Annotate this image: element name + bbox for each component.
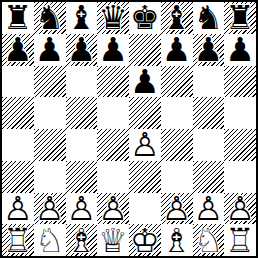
piece-black-pawn-a7[interactable]: ♟♟ [2,34,34,66]
chess-board: ♜♜♞♞♝♝♛♛♚♚♝♝♞♞♜♜♟♟♟♟♟♟♟♟♟♟♟♟♟♟♟♟♟♙♟♙♟♙♟♙… [0,0,258,258]
piece-glyph: ♟ [97,34,129,66]
piece-glyph: ♙ [2,193,34,225]
square-e4[interactable]: ♟♙ [129,129,161,161]
square-h1[interactable]: ♜♖ [224,224,256,256]
piece-white-pawn-d2[interactable]: ♟♙ [97,193,129,225]
square-g5[interactable] [193,97,225,129]
piece-white-knight-g1[interactable]: ♞♘ [193,224,225,256]
square-g1[interactable]: ♞♘ [193,224,225,256]
square-f1[interactable]: ♝♗ [161,224,193,256]
piece-glyph: ♘ [193,224,225,256]
square-d4[interactable] [97,129,129,161]
square-c1[interactable]: ♝♗ [66,224,98,256]
piece-white-bishop-c1[interactable]: ♝♗ [66,224,98,256]
piece-glyph: ♟ [193,34,225,66]
piece-glyph: ♗ [161,224,193,256]
square-b7[interactable]: ♟♟ [34,34,66,66]
piece-black-pawn-h7[interactable]: ♟♟ [224,34,256,66]
piece-white-rook-a1[interactable]: ♜♖ [2,224,34,256]
square-a3[interactable] [2,161,34,193]
piece-glyph: ♟ [224,34,256,66]
square-e3[interactable] [129,161,161,193]
piece-glyph: ♙ [97,193,129,225]
square-e1[interactable]: ♚♔ [129,224,161,256]
piece-white-king-e1[interactable]: ♚♔ [129,224,161,256]
piece-glyph: ♘ [34,224,66,256]
square-g7[interactable]: ♟♟ [193,34,225,66]
square-b1[interactable]: ♞♘ [34,224,66,256]
piece-black-queen-d8[interactable]: ♛♛ [97,2,129,34]
square-h7[interactable]: ♟♟ [224,34,256,66]
piece-white-pawn-g2[interactable]: ♟♙ [193,193,225,225]
square-c6[interactable] [66,66,98,98]
square-c5[interactable] [66,97,98,129]
piece-glyph: ♟ [161,34,193,66]
square-f8[interactable]: ♝♝ [161,2,193,34]
piece-glyph: ♝ [66,2,98,34]
piece-glyph: ♜ [2,2,34,34]
piece-glyph: ♛ [97,2,129,34]
square-a2[interactable]: ♟♙ [2,193,34,225]
piece-black-pawn-f7[interactable]: ♟♟ [161,34,193,66]
square-c7[interactable]: ♟♟ [66,34,98,66]
chess-diagram: ♜♜♞♞♝♝♛♛♚♚♝♝♞♞♜♜♟♟♟♟♟♟♟♟♟♟♟♟♟♟♟♟♟♙♟♙♟♙♟♙… [0,0,258,258]
square-b3[interactable] [34,161,66,193]
square-h2[interactable]: ♟♙ [224,193,256,225]
piece-black-pawn-g7[interactable]: ♟♟ [193,34,225,66]
square-d3[interactable] [97,161,129,193]
square-b4[interactable] [34,129,66,161]
square-d8[interactable]: ♛♛ [97,2,129,34]
piece-glyph: ♚ [129,2,161,34]
piece-black-knight-g8[interactable]: ♞♞ [193,2,225,34]
piece-white-pawn-e4[interactable]: ♟♙ [129,129,161,161]
square-d6[interactable] [97,66,129,98]
square-g6[interactable] [193,66,225,98]
square-c4[interactable] [66,129,98,161]
piece-glyph: ♙ [129,129,161,161]
piece-glyph: ♞ [34,2,66,34]
square-f4[interactable] [161,129,193,161]
square-h6[interactable] [224,66,256,98]
square-h8[interactable]: ♜♜ [224,2,256,34]
piece-glyph: ♙ [224,193,256,225]
piece-glyph: ♙ [66,193,98,225]
piece-white-rook-h1[interactable]: ♜♖ [224,224,256,256]
square-e5[interactable] [129,97,161,129]
piece-white-knight-b1[interactable]: ♞♘ [34,224,66,256]
piece-black-king-e8[interactable]: ♚♚ [129,2,161,34]
piece-glyph: ♟ [129,66,161,98]
piece-glyph: ♗ [66,224,98,256]
piece-white-pawn-f2[interactable]: ♟♙ [161,193,193,225]
square-h5[interactable] [224,97,256,129]
square-b2[interactable]: ♟♙ [34,193,66,225]
piece-white-queen-d1[interactable]: ♛♕ [97,224,129,256]
piece-black-bishop-c8[interactable]: ♝♝ [66,2,98,34]
square-b5[interactable] [34,97,66,129]
piece-glyph: ♜ [224,2,256,34]
square-d2[interactable]: ♟♙ [97,193,129,225]
square-f3[interactable] [161,161,193,193]
square-d1[interactable]: ♛♕ [97,224,129,256]
piece-white-pawn-a2[interactable]: ♟♙ [2,193,34,225]
piece-white-bishop-f1[interactable]: ♝♗ [161,224,193,256]
square-c2[interactable]: ♟♙ [66,193,98,225]
square-b8[interactable]: ♞♞ [34,2,66,34]
square-e2[interactable] [129,193,161,225]
square-g8[interactable]: ♞♞ [193,2,225,34]
piece-black-pawn-b7[interactable]: ♟♟ [34,34,66,66]
piece-glyph: ♟ [34,34,66,66]
square-f7[interactable]: ♟♟ [161,34,193,66]
square-h4[interactable] [224,129,256,161]
piece-glyph: ♞ [193,2,225,34]
piece-glyph: ♟ [2,34,34,66]
piece-glyph: ♙ [193,193,225,225]
piece-white-pawn-c2[interactable]: ♟♙ [66,193,98,225]
piece-white-pawn-h2[interactable]: ♟♙ [224,193,256,225]
square-a6[interactable] [2,66,34,98]
piece-black-rook-a8[interactable]: ♜♜ [2,2,34,34]
square-f5[interactable] [161,97,193,129]
square-a5[interactable] [2,97,34,129]
piece-glyph: ♕ [97,224,129,256]
piece-black-pawn-d7[interactable]: ♟♟ [97,34,129,66]
square-a7[interactable]: ♟♟ [2,34,34,66]
square-d7[interactable]: ♟♟ [97,34,129,66]
square-f2[interactable]: ♟♙ [161,193,193,225]
piece-black-bishop-f8[interactable]: ♝♝ [161,2,193,34]
square-g3[interactable] [193,161,225,193]
square-a8[interactable]: ♜♜ [2,2,34,34]
piece-glyph: ♙ [34,193,66,225]
square-f6[interactable] [161,66,193,98]
square-b6[interactable] [34,66,66,98]
square-g4[interactable] [193,129,225,161]
piece-glyph: ♝ [161,2,193,34]
piece-glyph: ♖ [2,224,34,256]
square-e7[interactable] [129,34,161,66]
square-a1[interactable]: ♜♖ [2,224,34,256]
square-c3[interactable] [66,161,98,193]
square-e6[interactable]: ♟♟ [129,66,161,98]
piece-black-pawn-e6[interactable]: ♟♟ [129,66,161,98]
square-c8[interactable]: ♝♝ [66,2,98,34]
piece-glyph: ♟ [66,34,98,66]
piece-black-knight-b8[interactable]: ♞♞ [34,2,66,34]
piece-black-rook-h8[interactable]: ♜♜ [224,2,256,34]
piece-white-pawn-b2[interactable]: ♟♙ [34,193,66,225]
piece-glyph: ♙ [161,193,193,225]
piece-glyph: ♔ [129,224,161,256]
square-d5[interactable] [97,97,129,129]
square-e8[interactable]: ♚♚ [129,2,161,34]
square-h3[interactable] [224,161,256,193]
square-a4[interactable] [2,129,34,161]
piece-glyph: ♖ [224,224,256,256]
square-g2[interactable]: ♟♙ [193,193,225,225]
piece-black-pawn-c7[interactable]: ♟♟ [66,34,98,66]
